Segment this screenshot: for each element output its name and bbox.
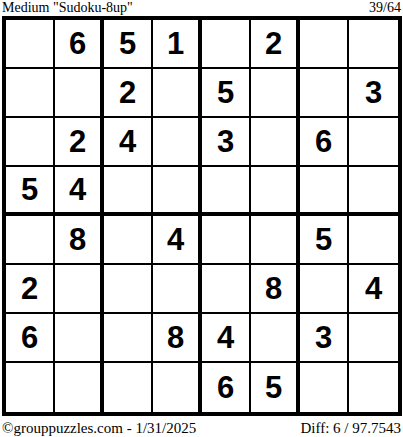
cell-r1c6[interactable]: 2 <box>251 20 300 69</box>
cell-r7c3[interactable] <box>104 314 153 363</box>
cell-r4c2[interactable]: 4 <box>55 167 104 216</box>
cell-r1c8[interactable] <box>349 20 398 69</box>
difficulty-rating: Diff: 6 / 97.7543 <box>300 420 401 437</box>
cell-r3c7[interactable]: 6 <box>300 118 349 167</box>
footer: ©grouppuzzles.com - 1/31/2025 Diff: 6 / … <box>2 420 401 437</box>
cell-r5c6[interactable] <box>251 216 300 265</box>
cell-r4c1[interactable]: 5 <box>6 167 55 216</box>
cell-r6c4[interactable] <box>153 265 202 314</box>
cell-r1c2[interactable]: 6 <box>55 20 104 69</box>
cell-r3c6[interactable] <box>251 118 300 167</box>
cell-r2c8[interactable]: 3 <box>349 69 398 118</box>
cell-r7c8[interactable] <box>349 314 398 363</box>
cell-r2c1[interactable] <box>6 69 55 118</box>
cell-r3c2[interactable]: 2 <box>55 118 104 167</box>
cell-r2c4[interactable] <box>153 69 202 118</box>
cell-r5c7[interactable]: 5 <box>300 216 349 265</box>
puzzle-title: Medium "Sudoku-8up" <box>2 1 133 15</box>
cell-r7c7[interactable]: 3 <box>300 314 349 363</box>
cell-r6c7[interactable] <box>300 265 349 314</box>
cell-r7c6[interactable] <box>251 314 300 363</box>
cell-r6c5[interactable] <box>202 265 251 314</box>
cell-r5c4[interactable]: 4 <box>153 216 202 265</box>
cell-r6c2[interactable] <box>55 265 104 314</box>
header: Medium "Sudoku-8up" 39/64 <box>2 1 401 15</box>
cell-r3c5[interactable]: 3 <box>202 118 251 167</box>
cell-r4c3[interactable] <box>104 167 153 216</box>
cell-r3c1[interactable] <box>6 118 55 167</box>
cell-r5c5[interactable] <box>202 216 251 265</box>
cell-r8c7[interactable] <box>300 363 349 412</box>
cell-r7c1[interactable]: 6 <box>6 314 55 363</box>
cell-r1c5[interactable] <box>202 20 251 69</box>
cell-r5c8[interactable] <box>349 216 398 265</box>
cell-r3c8[interactable] <box>349 118 398 167</box>
cell-r6c1[interactable]: 2 <box>6 265 55 314</box>
cell-r4c7[interactable] <box>300 167 349 216</box>
cell-r8c4[interactable] <box>153 363 202 412</box>
cell-r6c8[interactable]: 4 <box>349 265 398 314</box>
empty-cell-counter: 39/64 <box>369 1 401 15</box>
cell-r2c3[interactable]: 2 <box>104 69 153 118</box>
cell-r6c6[interactable]: 8 <box>251 265 300 314</box>
cell-r7c2[interactable] <box>55 314 104 363</box>
cell-r6c3[interactable] <box>104 265 153 314</box>
cell-r3c3[interactable]: 4 <box>104 118 153 167</box>
cell-r5c3[interactable] <box>104 216 153 265</box>
cell-r2c6[interactable] <box>251 69 300 118</box>
puzzle-page: Medium "Sudoku-8up" 39/64 65122532436548… <box>0 0 403 437</box>
copyright-date: ©grouppuzzles.com - 1/31/2025 <box>2 420 196 437</box>
cell-r2c5[interactable]: 5 <box>202 69 251 118</box>
sudoku-board: 6512253243654845284684365 <box>2 16 402 416</box>
cell-r4c6[interactable] <box>251 167 300 216</box>
cell-r5c1[interactable] <box>6 216 55 265</box>
cell-r4c4[interactable] <box>153 167 202 216</box>
cell-r2c2[interactable] <box>55 69 104 118</box>
cell-r8c2[interactable] <box>55 363 104 412</box>
cell-r8c3[interactable] <box>104 363 153 412</box>
cell-r1c4[interactable]: 1 <box>153 20 202 69</box>
cell-r4c5[interactable] <box>202 167 251 216</box>
cell-r3c4[interactable] <box>153 118 202 167</box>
cell-r1c1[interactable] <box>6 20 55 69</box>
cell-r7c4[interactable]: 8 <box>153 314 202 363</box>
cell-r5c2[interactable]: 8 <box>55 216 104 265</box>
cell-r1c3[interactable]: 5 <box>104 20 153 69</box>
cell-r8c8[interactable] <box>349 363 398 412</box>
cell-r8c6[interactable]: 5 <box>251 363 300 412</box>
cell-r1c7[interactable] <box>300 20 349 69</box>
cell-r4c8[interactable] <box>349 167 398 216</box>
cell-r8c1[interactable] <box>6 363 55 412</box>
cell-r8c5[interactable]: 6 <box>202 363 251 412</box>
cell-r7c5[interactable]: 4 <box>202 314 251 363</box>
cell-r2c7[interactable] <box>300 69 349 118</box>
